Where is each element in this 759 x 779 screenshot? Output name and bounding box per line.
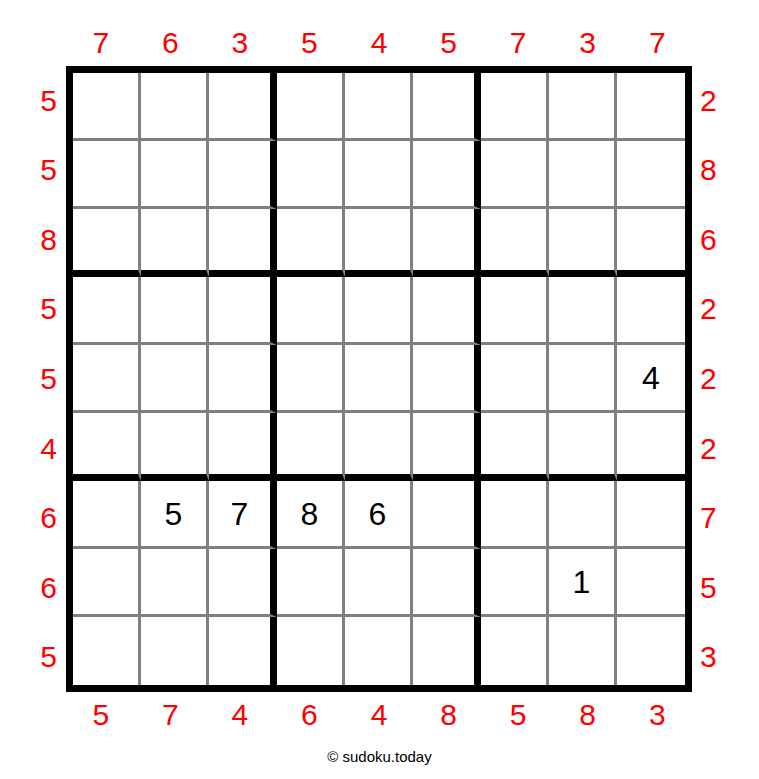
cell-r6c8[interactable]	[549, 413, 617, 481]
cell-r1c5[interactable]	[345, 73, 413, 141]
cell-r9c8[interactable]	[549, 617, 617, 685]
cell-r5c2[interactable]	[141, 345, 209, 413]
cell-r2c5[interactable]	[345, 141, 413, 209]
cell-r7c5[interactable]: 6	[345, 481, 413, 549]
left-clues: 558554665	[0, 66, 61, 692]
left-clue-6: 4	[40, 434, 57, 464]
cell-r7c7[interactable]	[481, 481, 549, 549]
cell-r1c7[interactable]	[481, 73, 549, 141]
cell-r3c5[interactable]	[345, 209, 413, 277]
cell-r2c4[interactable]	[277, 141, 345, 209]
cell-r4c9[interactable]	[617, 277, 685, 345]
cell-r2c2[interactable]	[141, 141, 209, 209]
given-digit: 8	[301, 498, 319, 530]
right-clue-5: 2	[700, 364, 717, 394]
top-clue-7: 7	[510, 28, 527, 58]
cell-r4c5[interactable]	[345, 277, 413, 345]
top-clues: 763545737	[66, 0, 692, 62]
top-clue-3: 3	[232, 28, 249, 58]
cell-r7c8[interactable]	[549, 481, 617, 549]
bottom-clue-9: 3	[649, 700, 666, 730]
top-clue-8: 3	[579, 28, 596, 58]
cell-r9c2[interactable]	[141, 617, 209, 685]
cell-r4c7[interactable]	[481, 277, 549, 345]
cell-r3c8[interactable]	[549, 209, 617, 277]
cell-r2c1[interactable]	[73, 141, 141, 209]
cell-r3c4[interactable]	[277, 209, 345, 277]
cell-r7c3[interactable]: 7	[209, 481, 277, 549]
right-clue-1: 2	[700, 86, 717, 116]
bottom-clue-6: 8	[440, 700, 457, 730]
cell-r5c6[interactable]	[413, 345, 481, 413]
cell-r9c7[interactable]	[481, 617, 549, 685]
cell-r8c9[interactable]	[617, 549, 685, 617]
cell-r7c2[interactable]: 5	[141, 481, 209, 549]
right-clue-7: 7	[700, 503, 717, 533]
cell-r9c9[interactable]	[617, 617, 685, 685]
right-clue-9: 3	[700, 642, 717, 672]
cell-r1c1[interactable]	[73, 73, 141, 141]
cell-r9c5[interactable]	[345, 617, 413, 685]
cell-r6c4[interactable]	[277, 413, 345, 481]
cell-r6c9[interactable]	[617, 413, 685, 481]
given-digit: 1	[573, 566, 591, 598]
given-digit: 6	[369, 498, 387, 530]
cell-r1c2[interactable]	[141, 73, 209, 141]
sudoku-board: 457861	[66, 66, 692, 692]
cell-r9c6[interactable]	[413, 617, 481, 685]
cell-r4c4[interactable]	[277, 277, 345, 345]
cell-r3c2[interactable]	[141, 209, 209, 277]
top-clue-5: 4	[371, 28, 388, 58]
cell-r5c1[interactable]	[73, 345, 141, 413]
cell-r5c4[interactable]	[277, 345, 345, 413]
left-clue-8: 6	[40, 573, 57, 603]
cell-r2c3[interactable]	[209, 141, 277, 209]
left-clue-1: 5	[40, 86, 57, 116]
cell-r6c6[interactable]	[413, 413, 481, 481]
cell-r7c6[interactable]	[413, 481, 481, 549]
bottom-clues: 574648583	[66, 692, 692, 738]
left-clue-9: 5	[40, 642, 57, 672]
right-clue-4: 2	[700, 294, 717, 324]
given-digit: 5	[165, 498, 183, 530]
cell-r1c6[interactable]	[413, 73, 481, 141]
left-clue-4: 5	[40, 294, 57, 324]
bottom-clue-5: 4	[371, 700, 388, 730]
right-clues: 286222753	[697, 66, 759, 692]
cell-r3c3[interactable]	[209, 209, 277, 277]
cell-r5c7[interactable]	[481, 345, 549, 413]
cell-r5c5[interactable]	[345, 345, 413, 413]
cell-r2c8[interactable]	[549, 141, 617, 209]
cell-r9c4[interactable]	[277, 617, 345, 685]
cell-r8c7[interactable]	[481, 549, 549, 617]
cell-r6c1[interactable]	[73, 413, 141, 481]
left-clue-2: 5	[40, 155, 57, 185]
cell-r9c3[interactable]	[209, 617, 277, 685]
cell-r6c5[interactable]	[345, 413, 413, 481]
cell-r5c3[interactable]	[209, 345, 277, 413]
cell-r4c8[interactable]	[549, 277, 617, 345]
cell-r8c8[interactable]: 1	[549, 549, 617, 617]
cell-r3c6[interactable]	[413, 209, 481, 277]
top-clue-2: 6	[162, 28, 179, 58]
cell-r3c1[interactable]	[73, 209, 141, 277]
top-clue-4: 5	[301, 28, 318, 58]
puzzle-page: 763545737 558554665 286222753 574648583 …	[0, 0, 759, 779]
bottom-clue-3: 4	[232, 700, 249, 730]
bottom-clue-4: 6	[301, 700, 318, 730]
right-clue-8: 5	[700, 573, 717, 603]
cell-r1c3[interactable]	[209, 73, 277, 141]
given-digit: 4	[642, 362, 660, 394]
cell-r8c6[interactable]	[413, 549, 481, 617]
cell-r4c6[interactable]	[413, 277, 481, 345]
bottom-clue-2: 7	[162, 700, 179, 730]
cell-r1c9[interactable]	[617, 73, 685, 141]
cell-r8c5[interactable]	[345, 549, 413, 617]
top-clue-1: 7	[92, 28, 109, 58]
cell-r1c4[interactable]	[277, 73, 345, 141]
cell-r8c3[interactable]	[209, 549, 277, 617]
cell-r4c1[interactable]	[73, 277, 141, 345]
bottom-clue-8: 8	[579, 700, 596, 730]
left-clue-7: 6	[40, 503, 57, 533]
cell-r6c7[interactable]	[481, 413, 549, 481]
cell-r7c1[interactable]	[73, 481, 141, 549]
right-clue-2: 8	[700, 155, 717, 185]
top-clue-6: 5	[440, 28, 457, 58]
bottom-clue-1: 5	[92, 700, 109, 730]
left-clue-5: 5	[40, 364, 57, 394]
left-clue-3: 8	[40, 225, 57, 255]
cell-r3c9[interactable]	[617, 209, 685, 277]
cell-r7c9[interactable]	[617, 481, 685, 549]
bottom-clue-7: 5	[510, 700, 527, 730]
cell-r3c7[interactable]	[481, 209, 549, 277]
cell-r6c3[interactable]	[209, 413, 277, 481]
cell-r2c6[interactable]	[413, 141, 481, 209]
footer-credit: © sudoku.today	[0, 748, 759, 765]
right-clue-3: 6	[700, 225, 717, 255]
cell-r8c1[interactable]	[73, 549, 141, 617]
given-digit: 7	[231, 498, 249, 530]
cell-r4c2[interactable]	[141, 277, 209, 345]
top-clue-9: 7	[649, 28, 666, 58]
cell-r4c3[interactable]	[209, 277, 277, 345]
cell-r9c1[interactable]	[73, 617, 141, 685]
cell-r7c4[interactable]: 8	[277, 481, 345, 549]
cell-r6c2[interactable]	[141, 413, 209, 481]
cell-r5c9[interactable]: 4	[617, 345, 685, 413]
cell-r8c4[interactable]	[277, 549, 345, 617]
cell-r8c2[interactable]	[141, 549, 209, 617]
cell-r2c9[interactable]	[617, 141, 685, 209]
cell-r5c8[interactable]	[549, 345, 617, 413]
cell-r2c7[interactable]	[481, 141, 549, 209]
cell-r1c8[interactable]	[549, 73, 617, 141]
right-clue-6: 2	[700, 434, 717, 464]
